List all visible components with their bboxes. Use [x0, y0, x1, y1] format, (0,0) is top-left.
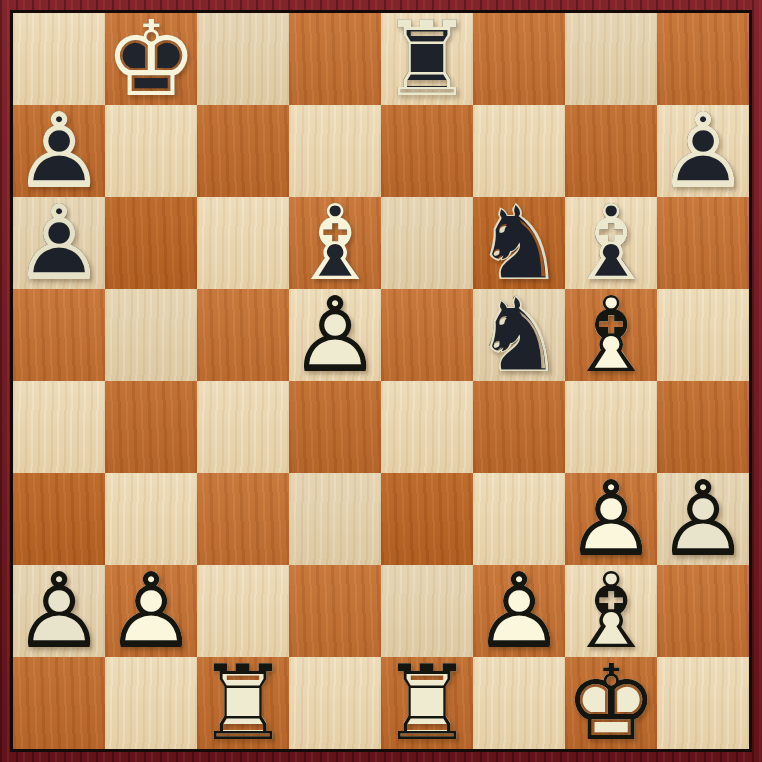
- piece-white-pawn[interactable]: ♟♙: [105, 565, 197, 657]
- pawn-glyph-outline: ♙: [13, 197, 105, 289]
- square-b2[interactable]: ♟♙: [105, 565, 197, 657]
- pawn-glyph-outline: ♙: [657, 105, 749, 197]
- square-b7[interactable]: [105, 105, 197, 197]
- bishop-glyph-outline: ♗: [565, 289, 657, 381]
- rook-glyph-fill: ♜: [381, 13, 473, 105]
- square-b3[interactable]: [105, 473, 197, 565]
- piece-white-bishop[interactable]: ♝♗: [565, 565, 657, 657]
- square-e2[interactable]: [381, 565, 473, 657]
- square-c1[interactable]: ♜♖: [197, 657, 289, 749]
- piece-black-bishop[interactable]: ♝♗: [289, 197, 381, 289]
- piece-black-rook[interactable]: ♜♖: [381, 13, 473, 105]
- pawn-glyph-fill: ♟: [289, 289, 381, 381]
- square-f6[interactable]: ♞♘: [473, 197, 565, 289]
- piece-white-bishop[interactable]: ♝♗: [565, 289, 657, 381]
- knight-glyph-outline: ♘: [473, 289, 565, 381]
- knight-glyph-fill: ♞: [473, 289, 565, 381]
- square-d3[interactable]: [289, 473, 381, 565]
- bishop-glyph-fill: ♝: [289, 197, 381, 289]
- square-c4[interactable]: [197, 381, 289, 473]
- square-d2[interactable]: [289, 565, 381, 657]
- bishop-glyph-outline: ♗: [565, 197, 657, 289]
- square-h6[interactable]: [657, 197, 749, 289]
- square-g5[interactable]: ♝♗: [565, 289, 657, 381]
- pawn-glyph-fill: ♟: [657, 473, 749, 565]
- square-g6[interactable]: ♝♗: [565, 197, 657, 289]
- pawn-glyph-fill: ♟: [657, 105, 749, 197]
- piece-white-pawn[interactable]: ♟♙: [473, 565, 565, 657]
- knight-glyph-outline: ♘: [473, 197, 565, 289]
- square-a7[interactable]: ♟♙: [13, 105, 105, 197]
- square-c2[interactable]: [197, 565, 289, 657]
- pawn-glyph-fill: ♟: [13, 197, 105, 289]
- square-e7[interactable]: [381, 105, 473, 197]
- square-e3[interactable]: [381, 473, 473, 565]
- bishop-glyph-fill: ♝: [565, 289, 657, 381]
- king-glyph-fill: ♚: [565, 657, 657, 749]
- square-g7[interactable]: [565, 105, 657, 197]
- pawn-glyph-fill: ♟: [13, 565, 105, 657]
- square-h3[interactable]: ♟♙: [657, 473, 749, 565]
- rook-glyph-outline: ♖: [197, 657, 289, 749]
- bishop-glyph-fill: ♝: [565, 197, 657, 289]
- square-h7[interactable]: ♟♙: [657, 105, 749, 197]
- king-glyph-fill: ♚: [105, 13, 197, 105]
- square-e8[interactable]: ♜♖: [381, 13, 473, 105]
- piece-black-bishop[interactable]: ♝♗: [565, 197, 657, 289]
- rook-glyph-fill: ♜: [197, 657, 289, 749]
- square-d5[interactable]: ♟♙: [289, 289, 381, 381]
- square-h2[interactable]: [657, 565, 749, 657]
- rook-glyph-outline: ♖: [381, 13, 473, 105]
- square-b4[interactable]: [105, 381, 197, 473]
- chess-board: ♚♔♜♖♟♙♟♙♟♙♝♗♞♘♝♗♟♙♞♘♝♗♟♙♟♙♟♙♟♙♟♙♝♗♜♖♜♖♚♔: [13, 13, 749, 749]
- square-a1[interactable]: [13, 657, 105, 749]
- square-e4[interactable]: [381, 381, 473, 473]
- square-c5[interactable]: [197, 289, 289, 381]
- square-f3[interactable]: [473, 473, 565, 565]
- pawn-glyph-outline: ♙: [565, 473, 657, 565]
- pawn-glyph-outline: ♙: [13, 565, 105, 657]
- rook-glyph-fill: ♜: [381, 657, 473, 749]
- square-f7[interactable]: [473, 105, 565, 197]
- square-d8[interactable]: [289, 13, 381, 105]
- square-d6[interactable]: ♝♗: [289, 197, 381, 289]
- square-a5[interactable]: [13, 289, 105, 381]
- square-f2[interactable]: ♟♙: [473, 565, 565, 657]
- piece-black-knight[interactable]: ♞♘: [473, 197, 565, 289]
- square-f8[interactable]: [473, 13, 565, 105]
- knight-glyph-fill: ♞: [473, 197, 565, 289]
- square-f4[interactable]: [473, 381, 565, 473]
- square-c8[interactable]: [197, 13, 289, 105]
- piece-white-pawn[interactable]: ♟♙: [565, 473, 657, 565]
- pawn-glyph-outline: ♙: [657, 473, 749, 565]
- piece-white-rook[interactable]: ♜♖: [381, 657, 473, 749]
- pawn-glyph-outline: ♙: [289, 289, 381, 381]
- square-g4[interactable]: [565, 381, 657, 473]
- square-e5[interactable]: [381, 289, 473, 381]
- piece-white-pawn[interactable]: ♟♙: [289, 289, 381, 381]
- square-e1[interactable]: ♜♖: [381, 657, 473, 749]
- piece-white-rook[interactable]: ♜♖: [197, 657, 289, 749]
- square-g2[interactable]: ♝♗: [565, 565, 657, 657]
- square-h5[interactable]: [657, 289, 749, 381]
- bishop-glyph-outline: ♗: [289, 197, 381, 289]
- bishop-glyph-outline: ♗: [565, 565, 657, 657]
- square-g3[interactable]: ♟♙: [565, 473, 657, 565]
- square-a6[interactable]: ♟♙: [13, 197, 105, 289]
- square-h8[interactable]: [657, 13, 749, 105]
- piece-black-pawn[interactable]: ♟♙: [13, 197, 105, 289]
- board-inner-border: ♚♔♜♖♟♙♟♙♟♙♝♗♞♘♝♗♟♙♞♘♝♗♟♙♟♙♟♙♟♙♟♙♝♗♜♖♜♖♚♔: [10, 10, 752, 752]
- pawn-glyph-fill: ♟: [13, 105, 105, 197]
- piece-black-pawn[interactable]: ♟♙: [657, 105, 749, 197]
- pawn-glyph-outline: ♙: [473, 565, 565, 657]
- pawn-glyph-fill: ♟: [473, 565, 565, 657]
- square-b1[interactable]: [105, 657, 197, 749]
- square-d4[interactable]: [289, 381, 381, 473]
- square-h1[interactable]: [657, 657, 749, 749]
- board-frame: ♚♔♜♖♟♙♟♙♟♙♝♗♞♘♝♗♟♙♞♘♝♗♟♙♟♙♟♙♟♙♟♙♝♗♜♖♜♖♚♔: [0, 0, 762, 762]
- square-c3[interactable]: [197, 473, 289, 565]
- piece-white-pawn[interactable]: ♟♙: [13, 565, 105, 657]
- piece-black-pawn[interactable]: ♟♙: [13, 105, 105, 197]
- piece-white-king[interactable]: ♚♔: [565, 657, 657, 749]
- square-d1[interactable]: [289, 657, 381, 749]
- square-e6[interactable]: [381, 197, 473, 289]
- king-glyph-outline: ♔: [105, 13, 197, 105]
- square-a3[interactable]: [13, 473, 105, 565]
- square-d7[interactable]: [289, 105, 381, 197]
- square-g1[interactable]: ♚♔: [565, 657, 657, 749]
- pawn-glyph-fill: ♟: [105, 565, 197, 657]
- square-a8[interactable]: [13, 13, 105, 105]
- bishop-glyph-fill: ♝: [565, 565, 657, 657]
- square-b6[interactable]: [105, 197, 197, 289]
- square-f1[interactable]: [473, 657, 565, 749]
- square-b5[interactable]: [105, 289, 197, 381]
- square-c6[interactable]: [197, 197, 289, 289]
- rook-glyph-outline: ♖: [381, 657, 473, 749]
- pawn-glyph-outline: ♙: [105, 565, 197, 657]
- pawn-glyph-outline: ♙: [13, 105, 105, 197]
- square-b8[interactable]: ♚♔: [105, 13, 197, 105]
- pawn-glyph-fill: ♟: [565, 473, 657, 565]
- piece-black-knight[interactable]: ♞♘: [473, 289, 565, 381]
- piece-black-king[interactable]: ♚♔: [105, 13, 197, 105]
- square-a4[interactable]: [13, 381, 105, 473]
- square-g8[interactable]: [565, 13, 657, 105]
- square-h4[interactable]: [657, 381, 749, 473]
- square-c7[interactable]: [197, 105, 289, 197]
- piece-white-pawn[interactable]: ♟♙: [657, 473, 749, 565]
- square-a2[interactable]: ♟♙: [13, 565, 105, 657]
- square-f5[interactable]: ♞♘: [473, 289, 565, 381]
- king-glyph-outline: ♔: [565, 657, 657, 749]
